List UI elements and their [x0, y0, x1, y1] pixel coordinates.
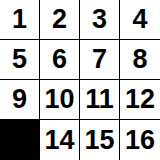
blank-cell: [0, 120, 40, 160]
tile-1[interactable]: 1: [0, 0, 40, 40]
tile-9[interactable]: 9: [0, 80, 40, 120]
tile-15[interactable]: 15: [80, 120, 120, 160]
tile-4[interactable]: 4: [120, 0, 160, 40]
tile-7[interactable]: 7: [80, 40, 120, 80]
tile-3[interactable]: 3: [80, 0, 120, 40]
tile-14[interactable]: 14: [40, 120, 80, 160]
tile-12[interactable]: 12: [120, 80, 160, 120]
tile-11[interactable]: 11: [80, 80, 120, 120]
tile-10[interactable]: 10: [40, 80, 80, 120]
puzzle-board: 1 2 3 4 5 6 7 8 9 10 11 12 14 15 16: [0, 0, 160, 160]
tile-16[interactable]: 16: [120, 120, 160, 160]
tile-5[interactable]: 5: [0, 40, 40, 80]
tile-6[interactable]: 6: [40, 40, 80, 80]
tile-8[interactable]: 8: [120, 40, 160, 80]
tile-2[interactable]: 2: [40, 0, 80, 40]
